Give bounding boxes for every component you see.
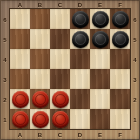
square-a3[interactable] (10, 69, 30, 89)
coord-label-bottom-f: F (110, 131, 130, 139)
square-d2[interactable] (70, 89, 90, 109)
coord-label-bottom-d: D (70, 131, 90, 139)
square-d3[interactable] (70, 69, 90, 89)
square-d5[interactable] (70, 29, 90, 49)
red-piece[interactable] (12, 91, 29, 108)
square-e5[interactable] (90, 29, 110, 49)
red-piece[interactable] (52, 111, 69, 128)
square-c5[interactable] (50, 29, 70, 49)
square-c2[interactable] (50, 89, 70, 109)
square-f3[interactable] (110, 69, 130, 89)
coord-label-left-5: 5 (1, 30, 9, 50)
coord-label-bottom-a: A (10, 131, 30, 139)
coord-label-left-4: 4 (1, 50, 9, 70)
square-e1[interactable] (90, 109, 110, 129)
square-e3[interactable] (90, 69, 110, 89)
red-piece[interactable] (52, 91, 69, 108)
square-f6[interactable] (110, 9, 130, 29)
square-b3[interactable] (30, 69, 50, 89)
square-f4[interactable] (110, 49, 130, 69)
red-piece[interactable] (32, 111, 49, 128)
square-d1[interactable] (70, 109, 90, 129)
red-piece[interactable] (32, 91, 49, 108)
square-b6[interactable] (30, 9, 50, 29)
coord-label-top-c: C (50, 1, 70, 9)
square-c3[interactable] (50, 69, 70, 89)
square-a5[interactable] (10, 29, 30, 49)
coord-label-left-1: 1 (1, 110, 9, 130)
coord-label-top-a: A (10, 1, 30, 9)
coord-label-right-1: 1 (131, 110, 139, 130)
coord-label-right-3: 3 (131, 70, 139, 90)
square-d4[interactable] (70, 49, 90, 69)
square-f2[interactable] (110, 89, 130, 109)
red-piece[interactable] (12, 111, 29, 128)
coord-label-left-2: 2 (1, 90, 9, 110)
square-b4[interactable] (30, 49, 50, 69)
coord-label-bottom-b: B (30, 131, 50, 139)
square-c1[interactable] (50, 109, 70, 129)
square-c4[interactable] (50, 49, 70, 69)
coord-label-right-4: 4 (131, 50, 139, 70)
square-c6[interactable] (50, 9, 70, 29)
coord-label-bottom-e: E (90, 131, 110, 139)
coord-label-right-2: 2 (131, 90, 139, 110)
square-f5[interactable] (110, 29, 130, 49)
square-a4[interactable] (10, 49, 30, 69)
coord-label-top-f: F (110, 1, 130, 9)
square-e6[interactable] (90, 9, 110, 29)
square-a2[interactable] (10, 89, 30, 109)
black-piece[interactable] (92, 11, 109, 28)
square-e2[interactable] (90, 89, 110, 109)
coord-label-top-b: B (30, 1, 50, 9)
square-f1[interactable] (110, 109, 130, 129)
square-a1[interactable] (10, 109, 30, 129)
coord-label-left-6: 6 (1, 10, 9, 30)
black-piece[interactable] (72, 11, 89, 28)
black-piece[interactable] (72, 31, 89, 48)
checkers-board[interactable] (10, 9, 130, 129)
coord-label-top-d: D (70, 1, 90, 9)
coord-label-left-3: 3 (1, 70, 9, 90)
coord-label-right-6: 6 (131, 10, 139, 30)
square-b5[interactable] (30, 29, 50, 49)
black-piece[interactable] (112, 11, 129, 28)
coord-label-bottom-c: C (50, 131, 70, 139)
square-e4[interactable] (90, 49, 110, 69)
square-a6[interactable] (10, 9, 30, 29)
black-piece[interactable] (92, 31, 109, 48)
black-piece[interactable] (112, 31, 129, 48)
square-b2[interactable] (30, 89, 50, 109)
checkers-app-window: AABBCCDDEEFF665544332211 (0, 0, 140, 140)
coord-label-right-5: 5 (131, 30, 139, 50)
coord-label-top-e: E (90, 1, 110, 9)
square-d6[interactable] (70, 9, 90, 29)
square-b1[interactable] (30, 109, 50, 129)
